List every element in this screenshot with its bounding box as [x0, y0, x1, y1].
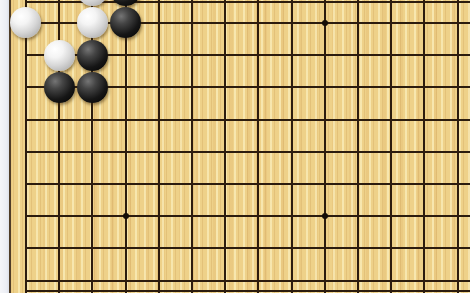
- white-stone-A16: [10, 7, 41, 38]
- board-cell-D16: [109, 7, 142, 39]
- board-cell-C16: [76, 7, 109, 39]
- go-client-window: [0, 0, 470, 293]
- black-stone-C14: [77, 72, 108, 103]
- go-board[interactable]: [9, 0, 470, 293]
- black-stone-D16: [110, 7, 141, 38]
- white-stone-B15: [44, 40, 75, 71]
- black-stone-D17: [110, 0, 141, 6]
- board-cell-D17: [109, 0, 142, 7]
- board-cell-B15: [43, 39, 76, 71]
- board-cell-C17: [76, 0, 109, 7]
- white-stone-C17: [77, 0, 108, 6]
- black-stone-B14: [44, 72, 75, 103]
- black-stone-C15: [77, 40, 108, 71]
- board-cell-C15: [76, 39, 109, 71]
- board-cell-C14: [76, 71, 109, 103]
- window-left-margin: [0, 0, 9, 293]
- board-cell-B14: [43, 71, 76, 103]
- board-cell-A16: [9, 7, 42, 39]
- white-stone-C16: [77, 7, 108, 38]
